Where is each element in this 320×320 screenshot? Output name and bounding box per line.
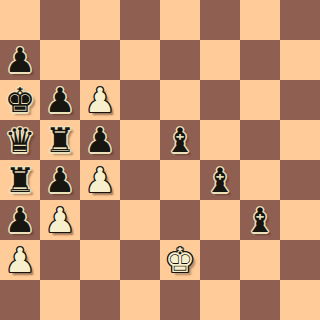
square-d7[interactable] xyxy=(120,40,160,80)
piece-white-pawn[interactable]: ♟ xyxy=(0,240,40,280)
square-g6[interactable] xyxy=(240,80,280,120)
square-b7[interactable] xyxy=(40,40,80,80)
square-f1[interactable] xyxy=(200,280,240,320)
square-h1[interactable] xyxy=(280,280,320,320)
square-a8[interactable] xyxy=(0,0,40,40)
square-a1[interactable] xyxy=(0,280,40,320)
square-f7[interactable] xyxy=(200,40,240,80)
square-b1[interactable] xyxy=(40,280,80,320)
square-h6[interactable] xyxy=(280,80,320,120)
piece-black-pawn[interactable]: ♟ xyxy=(0,40,40,80)
square-d8[interactable] xyxy=(120,0,160,40)
square-d4[interactable] xyxy=(120,160,160,200)
square-c4[interactable]: ♟ xyxy=(80,160,120,200)
square-a7[interactable]: ♟ xyxy=(0,40,40,80)
square-f3[interactable] xyxy=(200,200,240,240)
square-a5[interactable]: ♛ xyxy=(0,120,40,160)
square-a2[interactable]: ♟ xyxy=(0,240,40,280)
piece-black-pawn[interactable]: ♟ xyxy=(80,120,120,160)
square-e4[interactable] xyxy=(160,160,200,200)
chess-board: ♟♚♟♟♛♜♟♝♜♟♟♝♟♟♝♟♚ xyxy=(0,0,320,320)
piece-white-king[interactable]: ♚ xyxy=(160,240,200,280)
square-g7[interactable] xyxy=(240,40,280,80)
square-g8[interactable] xyxy=(240,0,280,40)
square-e8[interactable] xyxy=(160,0,200,40)
square-b4[interactable]: ♟ xyxy=(40,160,80,200)
square-c8[interactable] xyxy=(80,0,120,40)
piece-white-pawn[interactable]: ♟ xyxy=(80,80,120,120)
piece-black-pawn[interactable]: ♟ xyxy=(40,160,80,200)
square-g5[interactable] xyxy=(240,120,280,160)
square-e2[interactable]: ♚ xyxy=(160,240,200,280)
square-f2[interactable] xyxy=(200,240,240,280)
piece-black-king[interactable]: ♚ xyxy=(0,80,40,120)
square-f4[interactable]: ♝ xyxy=(200,160,240,200)
square-h5[interactable] xyxy=(280,120,320,160)
square-d2[interactable] xyxy=(120,240,160,280)
square-d5[interactable] xyxy=(120,120,160,160)
square-b2[interactable] xyxy=(40,240,80,280)
square-c5[interactable]: ♟ xyxy=(80,120,120,160)
square-d1[interactable] xyxy=(120,280,160,320)
square-h4[interactable] xyxy=(280,160,320,200)
piece-black-bishop[interactable]: ♝ xyxy=(240,200,280,240)
square-e5[interactable]: ♝ xyxy=(160,120,200,160)
square-c1[interactable] xyxy=(80,280,120,320)
square-c7[interactable] xyxy=(80,40,120,80)
square-e6[interactable] xyxy=(160,80,200,120)
piece-black-pawn[interactable]: ♟ xyxy=(0,200,40,240)
square-g2[interactable] xyxy=(240,240,280,280)
square-d6[interactable] xyxy=(120,80,160,120)
square-h7[interactable] xyxy=(280,40,320,80)
square-f8[interactable] xyxy=(200,0,240,40)
square-a6[interactable]: ♚ xyxy=(0,80,40,120)
square-e7[interactable] xyxy=(160,40,200,80)
piece-black-bishop[interactable]: ♝ xyxy=(200,160,240,200)
square-h2[interactable] xyxy=(280,240,320,280)
square-f6[interactable] xyxy=(200,80,240,120)
piece-black-bishop[interactable]: ♝ xyxy=(160,120,200,160)
square-c3[interactable] xyxy=(80,200,120,240)
piece-black-pawn[interactable]: ♟ xyxy=(40,80,80,120)
square-a3[interactable]: ♟ xyxy=(0,200,40,240)
square-e3[interactable] xyxy=(160,200,200,240)
square-b5[interactable]: ♜ xyxy=(40,120,80,160)
square-c6[interactable]: ♟ xyxy=(80,80,120,120)
square-b8[interactable] xyxy=(40,0,80,40)
piece-black-rook[interactable]: ♜ xyxy=(0,160,40,200)
piece-black-queen[interactable]: ♛ xyxy=(0,120,40,160)
square-b3[interactable]: ♟ xyxy=(40,200,80,240)
square-g1[interactable] xyxy=(240,280,280,320)
piece-black-rook[interactable]: ♜ xyxy=(40,120,80,160)
square-e1[interactable] xyxy=(160,280,200,320)
square-b6[interactable]: ♟ xyxy=(40,80,80,120)
square-h3[interactable] xyxy=(280,200,320,240)
square-g3[interactable]: ♝ xyxy=(240,200,280,240)
square-a4[interactable]: ♜ xyxy=(0,160,40,200)
square-g4[interactable] xyxy=(240,160,280,200)
square-f5[interactable] xyxy=(200,120,240,160)
square-c2[interactable] xyxy=(80,240,120,280)
square-d3[interactable] xyxy=(120,200,160,240)
piece-white-pawn[interactable]: ♟ xyxy=(40,200,80,240)
piece-white-pawn[interactable]: ♟ xyxy=(80,160,120,200)
square-h8[interactable] xyxy=(280,0,320,40)
